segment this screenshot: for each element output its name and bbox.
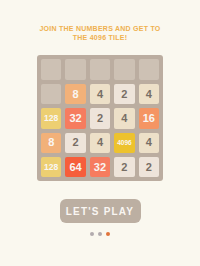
- tile-2: 2: [114, 84, 134, 104]
- empty-cell: [139, 59, 159, 79]
- page-title: JOIN THE NUMBERS AND GET TO THE 4096 TIL…: [39, 24, 160, 42]
- empty-cell: [65, 59, 85, 79]
- pager-dot[interactable]: [90, 232, 94, 236]
- title-line-2: THE 4096 TILE!: [39, 33, 160, 42]
- empty-cell: [90, 59, 110, 79]
- tile-4096: 4096: [114, 133, 134, 153]
- tile-4: 4: [90, 133, 110, 153]
- tile-128: 128: [41, 157, 61, 177]
- tile-4: 4: [90, 84, 110, 104]
- tile-16: 16: [139, 108, 159, 128]
- tile-2: 2: [90, 108, 110, 128]
- pager-dot-active[interactable]: [106, 232, 110, 236]
- tile-32: 32: [90, 157, 110, 177]
- tile-32: 32: [65, 108, 85, 128]
- board: 842412832241682440964128643222: [37, 55, 163, 181]
- intro-screen: JOIN THE NUMBERS AND GET TO THE 4096 TIL…: [0, 0, 200, 266]
- tile-128: 128: [41, 108, 61, 128]
- tile-8: 8: [65, 84, 85, 104]
- title-line-1: JOIN THE NUMBERS AND GET TO: [39, 24, 160, 33]
- tile-4: 4: [139, 133, 159, 153]
- tile-8: 8: [41, 133, 61, 153]
- lets-play-button[interactable]: LET'S PLAY: [60, 199, 141, 223]
- tile-4: 4: [139, 84, 159, 104]
- tile-4: 4: [114, 108, 134, 128]
- tile-2: 2: [139, 157, 159, 177]
- tile-64: 64: [65, 157, 85, 177]
- empty-cell: [41, 59, 61, 79]
- empty-cell: [114, 59, 134, 79]
- pager: [90, 232, 110, 236]
- empty-cell: [41, 84, 61, 104]
- tile-2: 2: [65, 133, 85, 153]
- pager-dot[interactable]: [98, 232, 102, 236]
- tile-2: 2: [114, 157, 134, 177]
